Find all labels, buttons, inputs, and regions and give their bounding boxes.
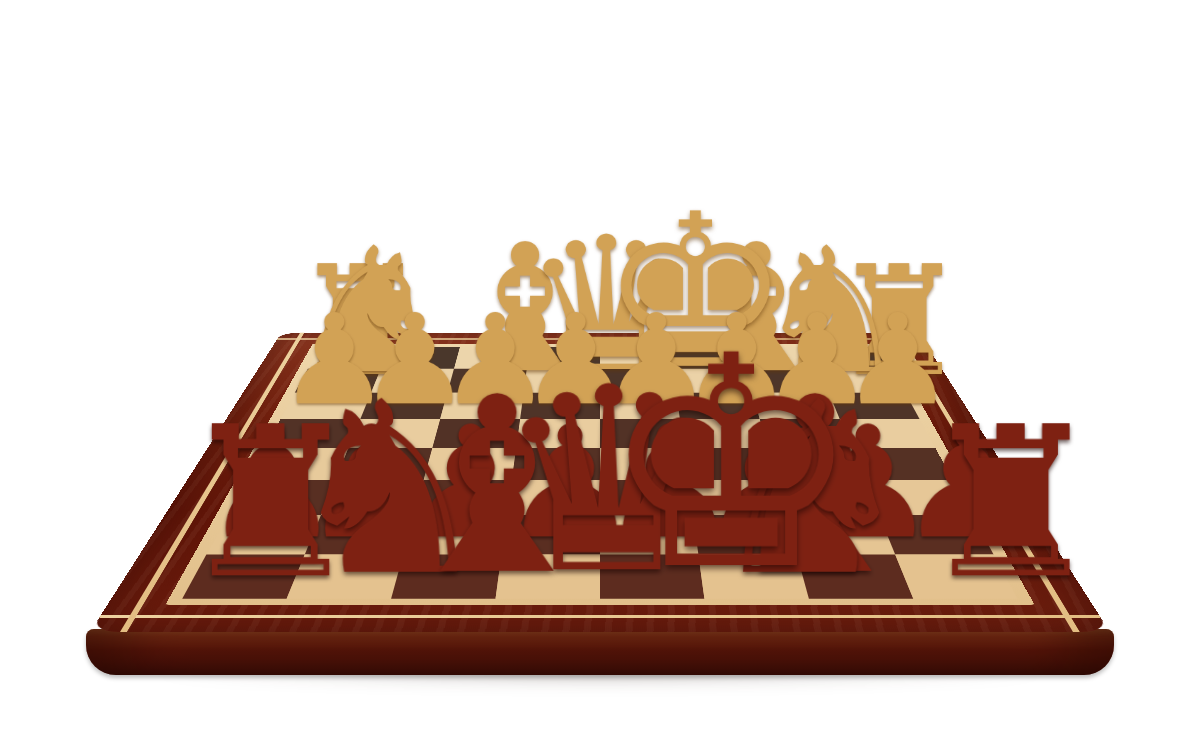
piece-red-queen: ♛ xyxy=(494,354,600,609)
perspective-scene: ♜♞♝♛♚♝♞♜♟♟♟♟♟♟♟♟♟♟♟♟♟♟♟♟♜♞♝♛♚♝♞♜ xyxy=(0,0,1200,744)
piece-red-king: ♚ xyxy=(600,318,706,610)
piece-red-rook: ♜ xyxy=(917,399,1023,608)
board-field: ♜♞♝♛♚♝♞♜♟♟♟♟♟♟♟♟♟♟♟♟♟♟♟♟♜♞♝♛♚♝♞♜ xyxy=(182,347,1018,599)
square-r7c4: ♚ xyxy=(600,554,704,598)
inlay-line-bottom xyxy=(99,615,1101,618)
square-r7c3: ♛ xyxy=(496,554,600,598)
chess-board: ♜♞♝♛♚♝♞♜♟♟♟♟♟♟♟♟♟♟♟♟♟♟♟♟♜♞♝♛♚♝♞♜ xyxy=(90,333,1110,632)
piece-red-rook: ♜ xyxy=(177,399,283,608)
square-r7c1: ♞ xyxy=(287,554,404,598)
product-photo: ♜♞♝♛♚♝♞♜♟♟♟♟♟♟♟♟♟♟♟♟♟♟♟♟♜♞♝♛♚♝♞♜ xyxy=(0,0,1200,744)
piece-red-knight: ♞ xyxy=(282,370,388,608)
playing-field-margin: ♜♞♝♛♚♝♞♜♟♟♟♟♟♟♟♟♟♟♟♟♟♟♟♟♜♞♝♛♚♝♞♜ xyxy=(165,344,1034,605)
square-r7c2: ♝ xyxy=(391,554,502,598)
piece-red-bishop: ♝ xyxy=(388,366,494,609)
